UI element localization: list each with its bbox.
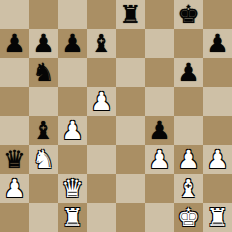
white-pawn[interactable]: ♟ bbox=[3, 174, 25, 203]
square-a2[interactable]: ♟ bbox=[0, 174, 29, 203]
white-pawn[interactable]: ♟ bbox=[90, 87, 112, 116]
square-d2[interactable] bbox=[87, 174, 116, 203]
square-e7[interactable] bbox=[116, 29, 145, 58]
white-pawn[interactable]: ♟ bbox=[206, 145, 228, 174]
square-h4[interactable] bbox=[203, 116, 232, 145]
square-f5[interactable] bbox=[145, 87, 174, 116]
square-g7[interactable] bbox=[174, 29, 203, 58]
square-e1[interactable] bbox=[116, 203, 145, 232]
square-a7[interactable]: ♟ bbox=[0, 29, 29, 58]
square-b2[interactable] bbox=[29, 174, 58, 203]
square-h5[interactable] bbox=[203, 87, 232, 116]
black-bishop[interactable]: ♝ bbox=[90, 29, 112, 58]
black-pawn[interactable]: ♟ bbox=[3, 29, 25, 58]
black-pawn[interactable]: ♟ bbox=[206, 29, 228, 58]
square-f6[interactable] bbox=[145, 58, 174, 87]
square-g8[interactable]: ♚ bbox=[174, 0, 203, 29]
square-b8[interactable] bbox=[29, 0, 58, 29]
black-rook[interactable]: ♜ bbox=[119, 0, 141, 29]
white-bishop[interactable]: ♝ bbox=[177, 174, 199, 203]
square-g2[interactable]: ♝ bbox=[174, 174, 203, 203]
white-pawn[interactable]: ♟ bbox=[61, 116, 83, 145]
square-d1[interactable] bbox=[87, 203, 116, 232]
square-h3[interactable]: ♟ bbox=[203, 145, 232, 174]
square-d8[interactable] bbox=[87, 0, 116, 29]
square-h7[interactable]: ♟ bbox=[203, 29, 232, 58]
square-d7[interactable]: ♝ bbox=[87, 29, 116, 58]
black-queen[interactable]: ♛ bbox=[3, 145, 25, 174]
square-h1[interactable]: ♜ bbox=[203, 203, 232, 232]
white-rook[interactable]: ♜ bbox=[61, 203, 83, 232]
black-pawn[interactable]: ♟ bbox=[148, 116, 170, 145]
square-a3[interactable]: ♛ bbox=[0, 145, 29, 174]
white-king[interactable]: ♚ bbox=[177, 203, 199, 232]
square-h6[interactable] bbox=[203, 58, 232, 87]
square-d5[interactable]: ♟ bbox=[87, 87, 116, 116]
square-e5[interactable] bbox=[116, 87, 145, 116]
square-e3[interactable] bbox=[116, 145, 145, 174]
square-b1[interactable] bbox=[29, 203, 58, 232]
square-g3[interactable]: ♟ bbox=[174, 145, 203, 174]
square-c1[interactable]: ♜ bbox=[58, 203, 87, 232]
black-pawn[interactable]: ♟ bbox=[177, 58, 199, 87]
square-c3[interactable] bbox=[58, 145, 87, 174]
square-b7[interactable]: ♟ bbox=[29, 29, 58, 58]
square-g4[interactable] bbox=[174, 116, 203, 145]
square-b4[interactable]: ♝ bbox=[29, 116, 58, 145]
black-bishop[interactable]: ♝ bbox=[32, 116, 54, 145]
square-f4[interactable]: ♟ bbox=[145, 116, 174, 145]
square-f3[interactable]: ♟ bbox=[145, 145, 174, 174]
chess-board: ♜♚♟♟♟♝♟♞♟♟♝♟♟♛♞♟♟♟♟♛♝♜♚♜ bbox=[0, 0, 232, 232]
square-f8[interactable] bbox=[145, 0, 174, 29]
square-e4[interactable] bbox=[116, 116, 145, 145]
white-knight[interactable]: ♞ bbox=[32, 145, 54, 174]
square-c7[interactable]: ♟ bbox=[58, 29, 87, 58]
square-c2[interactable]: ♛ bbox=[58, 174, 87, 203]
square-a5[interactable] bbox=[0, 87, 29, 116]
white-pawn[interactable]: ♟ bbox=[177, 145, 199, 174]
square-c4[interactable]: ♟ bbox=[58, 116, 87, 145]
square-a8[interactable] bbox=[0, 0, 29, 29]
square-c5[interactable] bbox=[58, 87, 87, 116]
square-d6[interactable] bbox=[87, 58, 116, 87]
square-f7[interactable] bbox=[145, 29, 174, 58]
square-c6[interactable] bbox=[58, 58, 87, 87]
square-a6[interactable] bbox=[0, 58, 29, 87]
square-b5[interactable] bbox=[29, 87, 58, 116]
square-h8[interactable] bbox=[203, 0, 232, 29]
square-e6[interactable] bbox=[116, 58, 145, 87]
square-f1[interactable] bbox=[145, 203, 174, 232]
black-pawn[interactable]: ♟ bbox=[61, 29, 83, 58]
square-g1[interactable]: ♚ bbox=[174, 203, 203, 232]
square-f2[interactable] bbox=[145, 174, 174, 203]
square-h2[interactable] bbox=[203, 174, 232, 203]
square-e2[interactable] bbox=[116, 174, 145, 203]
square-c8[interactable] bbox=[58, 0, 87, 29]
square-d3[interactable] bbox=[87, 145, 116, 174]
square-b3[interactable]: ♞ bbox=[29, 145, 58, 174]
white-pawn[interactable]: ♟ bbox=[148, 145, 170, 174]
white-rook[interactable]: ♜ bbox=[206, 203, 228, 232]
square-b6[interactable]: ♞ bbox=[29, 58, 58, 87]
square-e8[interactable]: ♜ bbox=[116, 0, 145, 29]
square-d4[interactable] bbox=[87, 116, 116, 145]
white-queen[interactable]: ♛ bbox=[61, 174, 83, 203]
square-g5[interactable] bbox=[174, 87, 203, 116]
black-pawn[interactable]: ♟ bbox=[32, 29, 54, 58]
black-king[interactable]: ♚ bbox=[177, 0, 199, 29]
black-knight[interactable]: ♞ bbox=[32, 58, 54, 87]
square-g6[interactable]: ♟ bbox=[174, 58, 203, 87]
square-a1[interactable] bbox=[0, 203, 29, 232]
square-a4[interactable] bbox=[0, 116, 29, 145]
